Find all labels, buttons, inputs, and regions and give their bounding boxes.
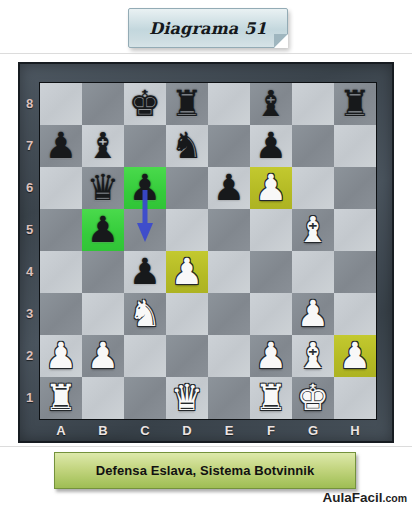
square-h1 (334, 377, 376, 419)
square-d5 (166, 209, 208, 251)
rank-label-5: 5 (20, 209, 39, 251)
rank-label-4: 4 (20, 251, 39, 293)
square-c2 (124, 335, 166, 377)
square-c5 (124, 209, 166, 251)
square-c4: ♟ (124, 251, 166, 293)
brand-suffix: .com (382, 492, 407, 504)
file-label-b: B (82, 421, 124, 441)
brand-mark: AulaFacil.com (322, 488, 407, 506)
square-a2: ♟ (40, 335, 82, 377)
square-g3: ♟ (292, 293, 334, 335)
square-b2: ♟ (82, 335, 124, 377)
square-c7 (124, 125, 166, 167)
white-bishop-icon: ♝ (297, 209, 329, 251)
page: Diagrama 51 87654321 ♚♜♝♜♟♝♞♟♛♟♟♟♟♝♟♟♞♟♟… (0, 0, 412, 507)
square-h6 (334, 167, 376, 209)
square-f1: ♜ (250, 377, 292, 419)
black-pawn-icon: ♟ (87, 209, 119, 251)
black-pawn-icon: ♟ (255, 125, 287, 167)
brand-name: AulaFacil (322, 490, 382, 505)
black-rook-icon: ♜ (171, 83, 203, 125)
square-h7 (334, 125, 376, 167)
white-rook-icon: ♜ (255, 377, 287, 419)
black-pawn-icon: ♟ (213, 167, 245, 209)
file-label-g: G (292, 421, 334, 441)
square-b5: ♟ (82, 209, 124, 251)
square-h4 (334, 251, 376, 293)
square-c3: ♞ (124, 293, 166, 335)
square-e3 (208, 293, 250, 335)
square-a6 (40, 167, 82, 209)
white-pawn-icon: ♟ (297, 293, 329, 335)
board-frame: 87654321 ♚♜♝♜♟♝♞♟♛♟♟♟♟♝♟♟♞♟♟♟♟♝♟♜♛♜♚ ABC… (18, 62, 394, 443)
square-g5: ♝ (292, 209, 334, 251)
rank-label-8: 8 (20, 83, 39, 125)
white-pawn-icon: ♟ (255, 335, 287, 377)
square-a4 (40, 251, 82, 293)
square-b4 (82, 251, 124, 293)
white-queen-icon: ♛ (171, 377, 203, 419)
rank-label-2: 2 (20, 335, 39, 377)
square-c1 (124, 377, 166, 419)
square-e2 (208, 335, 250, 377)
white-pawn-icon: ♟ (45, 335, 77, 377)
file-label-e: E (208, 421, 250, 441)
caption-banner: Defensa Eslava, Sistema Botvinnik (54, 452, 356, 489)
rank-labels: 87654321 (20, 83, 39, 419)
square-d6 (166, 167, 208, 209)
square-g7 (292, 125, 334, 167)
black-bishop-icon: ♝ (87, 125, 119, 167)
separator-line-top (0, 53, 412, 54)
white-rook-icon: ♜ (45, 377, 77, 419)
square-g4 (292, 251, 334, 293)
square-b7: ♝ (82, 125, 124, 167)
file-label-c: C (124, 421, 166, 441)
square-b6: ♛ (82, 167, 124, 209)
square-h8: ♜ (334, 83, 376, 125)
square-d4: ♟ (166, 251, 208, 293)
square-f7: ♟ (250, 125, 292, 167)
square-f4 (250, 251, 292, 293)
white-king-icon: ♚ (297, 377, 329, 419)
black-pawn-icon: ♟ (45, 125, 77, 167)
black-bishop-icon: ♝ (255, 83, 287, 125)
square-a7: ♟ (40, 125, 82, 167)
square-g1: ♚ (292, 377, 334, 419)
opening-caption: Defensa Eslava, Sistema Botvinnik (96, 463, 315, 478)
file-label-a: A (40, 421, 82, 441)
square-g2: ♝ (292, 335, 334, 377)
square-f6: ♟ (250, 167, 292, 209)
file-label-h: H (334, 421, 376, 441)
square-h5 (334, 209, 376, 251)
square-e1 (208, 377, 250, 419)
square-d8: ♜ (166, 83, 208, 125)
square-a1: ♜ (40, 377, 82, 419)
separator-line-bottom (0, 446, 412, 447)
file-label-f: F (250, 421, 292, 441)
black-pawn-icon: ♟ (129, 167, 161, 209)
white-pawn-icon: ♟ (339, 335, 371, 377)
white-pawn-icon: ♟ (171, 251, 203, 293)
black-rook-icon: ♜ (339, 83, 371, 125)
square-e7 (208, 125, 250, 167)
square-b3 (82, 293, 124, 335)
square-e6: ♟ (208, 167, 250, 209)
square-c6: ♟ (124, 167, 166, 209)
square-e8 (208, 83, 250, 125)
file-label-d: D (166, 421, 208, 441)
black-king-icon: ♚ (129, 83, 161, 125)
square-a8 (40, 83, 82, 125)
square-a3 (40, 293, 82, 335)
square-f5 (250, 209, 292, 251)
square-d3 (166, 293, 208, 335)
white-bishop-icon: ♝ (297, 335, 329, 377)
diagram-title-banner: Diagrama 51 (128, 8, 288, 48)
square-h3 (334, 293, 376, 335)
rank-label-1: 1 (20, 377, 39, 419)
chess-board: ♚♜♝♜♟♝♞♟♛♟♟♟♟♝♟♟♞♟♟♟♟♝♟♜♛♜♚ (39, 82, 377, 420)
white-knight-icon: ♞ (129, 293, 161, 335)
square-b8 (82, 83, 124, 125)
square-f2: ♟ (250, 335, 292, 377)
diagram-title: Diagrama 51 (149, 19, 267, 38)
square-b1 (82, 377, 124, 419)
square-e5 (208, 209, 250, 251)
black-knight-icon: ♞ (171, 125, 203, 167)
square-g8 (292, 83, 334, 125)
white-pawn-icon: ♟ (87, 335, 119, 377)
white-pawn-icon: ♟ (255, 167, 287, 209)
square-d7: ♞ (166, 125, 208, 167)
square-d1: ♛ (166, 377, 208, 419)
square-d2 (166, 335, 208, 377)
black-queen-icon: ♛ (87, 167, 119, 209)
rank-label-3: 3 (20, 293, 39, 335)
square-h2: ♟ (334, 335, 376, 377)
square-e4 (208, 251, 250, 293)
rank-label-6: 6 (20, 167, 39, 209)
square-c8: ♚ (124, 83, 166, 125)
file-labels: ABCDEFGH (40, 421, 376, 441)
square-f8: ♝ (250, 83, 292, 125)
rank-label-7: 7 (20, 125, 39, 167)
square-a5 (40, 209, 82, 251)
square-g6 (292, 167, 334, 209)
square-f3 (250, 293, 292, 335)
black-pawn-icon: ♟ (129, 251, 161, 293)
